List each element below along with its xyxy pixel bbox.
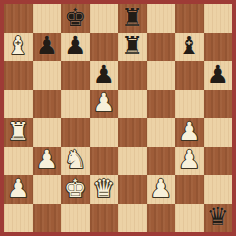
square-c4[interactable] <box>61 118 90 147</box>
black-king: ♚ <box>64 5 86 30</box>
square-b8[interactable] <box>33 4 62 33</box>
square-b1[interactable] <box>33 204 62 233</box>
square-f8[interactable] <box>147 4 176 33</box>
square-h1[interactable]: ♛ <box>204 204 233 233</box>
white-pawn: ♟ <box>7 176 29 201</box>
square-c5[interactable] <box>61 90 90 119</box>
black-pawn: ♟ <box>36 33 58 58</box>
black-bishop: ♝ <box>178 33 200 58</box>
square-a8[interactable] <box>4 4 33 33</box>
black-queen: ♛ <box>207 204 229 229</box>
square-b3[interactable]: ♟ <box>33 147 62 176</box>
square-h2[interactable] <box>204 175 233 204</box>
square-b4[interactable] <box>33 118 62 147</box>
square-f3[interactable] <box>147 147 176 176</box>
square-c2[interactable]: ♚ <box>61 175 90 204</box>
square-a1[interactable] <box>4 204 33 233</box>
white-pawn: ♟ <box>178 147 200 172</box>
square-d3[interactable] <box>90 147 119 176</box>
white-rook: ♜ <box>7 119 29 144</box>
square-h3[interactable] <box>204 147 233 176</box>
square-d2[interactable]: ♛ <box>90 175 119 204</box>
square-g2[interactable] <box>175 175 204 204</box>
square-g6[interactable] <box>175 61 204 90</box>
black-pawn: ♟ <box>64 33 86 58</box>
square-e2[interactable] <box>118 175 147 204</box>
square-a2[interactable]: ♟ <box>4 175 33 204</box>
square-h4[interactable] <box>204 118 233 147</box>
square-g3[interactable]: ♟ <box>175 147 204 176</box>
black-pawn: ♟ <box>93 62 115 87</box>
white-queen: ♛ <box>93 176 115 201</box>
square-a6[interactable] <box>4 61 33 90</box>
square-e4[interactable] <box>118 118 147 147</box>
square-g5[interactable] <box>175 90 204 119</box>
square-c8[interactable]: ♚ <box>61 4 90 33</box>
square-d6[interactable]: ♟ <box>90 61 119 90</box>
white-pawn: ♟ <box>93 90 115 115</box>
square-e5[interactable] <box>118 90 147 119</box>
square-b5[interactable] <box>33 90 62 119</box>
white-pawn: ♟ <box>36 147 58 172</box>
square-e6[interactable] <box>118 61 147 90</box>
square-a4[interactable]: ♜ <box>4 118 33 147</box>
square-h7[interactable] <box>204 33 233 62</box>
board-frame: ♚♜♝♟♟♜♝♟♟♟♜♟♟♞♟♟♚♛♟♛ <box>0 0 236 236</box>
square-f2[interactable]: ♟ <box>147 175 176 204</box>
square-a3[interactable] <box>4 147 33 176</box>
chess-board: ♚♜♝♟♟♜♝♟♟♟♜♟♟♞♟♟♚♛♟♛ <box>4 4 232 232</box>
square-c7[interactable]: ♟ <box>61 33 90 62</box>
black-pawn: ♟ <box>207 62 229 87</box>
square-f6[interactable] <box>147 61 176 90</box>
square-b6[interactable] <box>33 61 62 90</box>
square-f1[interactable] <box>147 204 176 233</box>
white-knight: ♞ <box>64 147 86 172</box>
square-h8[interactable] <box>204 4 233 33</box>
square-b2[interactable] <box>33 175 62 204</box>
white-pawn: ♟ <box>150 176 172 201</box>
square-d5[interactable]: ♟ <box>90 90 119 119</box>
square-a5[interactable] <box>4 90 33 119</box>
square-e1[interactable] <box>118 204 147 233</box>
square-e3[interactable] <box>118 147 147 176</box>
square-c1[interactable] <box>61 204 90 233</box>
square-c6[interactable] <box>61 61 90 90</box>
black-rook: ♜ <box>121 33 143 58</box>
square-f7[interactable] <box>147 33 176 62</box>
square-b7[interactable]: ♟ <box>33 33 62 62</box>
square-f4[interactable] <box>147 118 176 147</box>
square-d4[interactable] <box>90 118 119 147</box>
square-c3[interactable]: ♞ <box>61 147 90 176</box>
black-rook: ♜ <box>121 5 143 30</box>
square-g8[interactable] <box>175 4 204 33</box>
square-h6[interactable]: ♟ <box>204 61 233 90</box>
square-h5[interactable] <box>204 90 233 119</box>
white-pawn: ♟ <box>178 119 200 144</box>
square-d1[interactable] <box>90 204 119 233</box>
square-d7[interactable] <box>90 33 119 62</box>
square-g4[interactable]: ♟ <box>175 118 204 147</box>
square-e8[interactable]: ♜ <box>118 4 147 33</box>
square-e7[interactable]: ♜ <box>118 33 147 62</box>
white-king: ♚ <box>64 176 86 201</box>
square-a7[interactable]: ♝ <box>4 33 33 62</box>
square-f5[interactable] <box>147 90 176 119</box>
square-g7[interactable]: ♝ <box>175 33 204 62</box>
square-d8[interactable] <box>90 4 119 33</box>
square-g1[interactable] <box>175 204 204 233</box>
white-bishop: ♝ <box>7 33 29 58</box>
